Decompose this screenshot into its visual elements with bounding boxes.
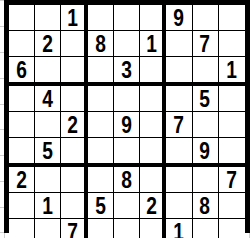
sudoku-cell-r9c8[interactable] <box>193 219 219 238</box>
sudoku-cell-r5c3[interactable]: 2 <box>61 112 87 138</box>
sudoku-cell-r6c3[interactable] <box>61 138 87 167</box>
sudoku-cell-r1c9[interactable] <box>219 5 245 31</box>
given-digit: 1 <box>67 5 78 30</box>
given-digit: 2 <box>67 112 78 137</box>
sudoku-cell-r5c5[interactable]: 9 <box>114 112 140 138</box>
sudoku-cell-r7c4[interactable] <box>88 167 114 193</box>
faint-gridline-tick <box>249 233 250 238</box>
sudoku-cell-r3c9[interactable]: 1 <box>219 57 245 86</box>
screenshot-root: 1928176314529759287152871 <box>0 0 251 238</box>
sudoku-cell-r9c6[interactable] <box>140 219 166 238</box>
sudoku-cell-r9c9[interactable] <box>219 219 245 238</box>
sudoku-cell-r1c1[interactable] <box>9 5 35 31</box>
sudoku-cell-r4c5[interactable] <box>114 86 140 112</box>
sudoku-cell-r2c1[interactable] <box>9 31 35 57</box>
given-digit: 2 <box>16 167 27 192</box>
sudoku-cell-r1c4[interactable] <box>88 5 114 31</box>
sudoku-cell-r3c8[interactable] <box>193 57 219 86</box>
sudoku-cell-r1c7[interactable]: 9 <box>166 5 192 31</box>
sudoku-cell-r2c9[interactable] <box>219 31 245 57</box>
sudoku-cell-r4c3[interactable] <box>61 86 87 112</box>
sudoku-board: 1928176314529759287152871 <box>4 0 250 233</box>
sudoku-cell-r8c4[interactable]: 5 <box>88 193 114 219</box>
sudoku-cell-r5c8[interactable] <box>193 112 219 138</box>
given-digit: 9 <box>200 138 211 163</box>
sudoku-cell-r7c9[interactable]: 7 <box>219 167 245 193</box>
sudoku-cell-r5c9[interactable] <box>219 112 245 138</box>
sudoku-cell-r8c8[interactable]: 8 <box>193 193 219 219</box>
given-digit: 6 <box>16 57 27 82</box>
sudoku-cell-r9c4[interactable] <box>88 219 114 238</box>
sudoku-cell-r7c2[interactable] <box>35 167 61 193</box>
sudoku-cell-r3c3[interactable] <box>61 57 87 86</box>
sudoku-cell-r7c1[interactable]: 2 <box>9 167 35 193</box>
given-digit: 3 <box>121 57 132 82</box>
sudoku-cell-r2c2[interactable]: 2 <box>35 31 61 57</box>
given-digit: 5 <box>200 86 211 111</box>
given-digit: 7 <box>67 219 78 238</box>
sudoku-cell-r3c6[interactable] <box>140 57 166 86</box>
sudoku-cell-r7c5[interactable]: 8 <box>114 167 140 193</box>
given-digit: 7 <box>200 31 211 56</box>
sudoku-cell-r5c2[interactable] <box>35 112 61 138</box>
sudoku-cell-r5c7[interactable]: 7 <box>166 112 192 138</box>
sudoku-cell-r6c8[interactable]: 9 <box>193 138 219 167</box>
sudoku-cell-r2c8[interactable]: 7 <box>193 31 219 57</box>
given-digit: 5 <box>95 193 106 218</box>
sudoku-cell-r4c8[interactable]: 5 <box>193 86 219 112</box>
sudoku-cell-r6c6[interactable] <box>140 138 166 167</box>
sudoku-cell-r9c3[interactable]: 7 <box>61 219 87 238</box>
sudoku-cell-r3c5[interactable]: 3 <box>114 57 140 86</box>
sudoku-cell-r8c3[interactable] <box>61 193 87 219</box>
given-digit: 1 <box>146 31 157 56</box>
sudoku-cell-r7c8[interactable] <box>193 167 219 193</box>
sudoku-cell-r6c9[interactable] <box>219 138 245 167</box>
sudoku-cell-r8c7[interactable] <box>166 193 192 219</box>
sudoku-cell-r9c1[interactable] <box>9 219 35 238</box>
sudoku-cell-r5c6[interactable] <box>140 112 166 138</box>
given-digit: 2 <box>42 31 53 56</box>
sudoku-cell-r9c2[interactable] <box>35 219 61 238</box>
sudoku-cell-r6c2[interactable]: 5 <box>35 138 61 167</box>
sudoku-cell-r1c5[interactable] <box>114 5 140 31</box>
sudoku-cell-r3c1[interactable]: 6 <box>9 57 35 86</box>
sudoku-cell-r6c4[interactable] <box>88 138 114 167</box>
sudoku-cell-r8c9[interactable] <box>219 193 245 219</box>
sudoku-cell-r8c1[interactable] <box>9 193 35 219</box>
sudoku-cell-r1c6[interactable] <box>140 5 166 31</box>
given-digit: 2 <box>146 193 157 218</box>
given-digit: 9 <box>174 5 185 30</box>
given-digit: 9 <box>121 112 132 137</box>
sudoku-cell-r7c3[interactable] <box>61 167 87 193</box>
sudoku-cell-r4c1[interactable] <box>9 86 35 112</box>
given-digit: 8 <box>121 167 132 192</box>
sudoku-cell-r8c6[interactable]: 2 <box>140 193 166 219</box>
sudoku-cell-r5c4[interactable] <box>88 112 114 138</box>
sudoku-cell-r4c4[interactable] <box>88 86 114 112</box>
given-digit: 7 <box>227 167 238 192</box>
given-digit: 4 <box>42 86 53 111</box>
sudoku-cell-r6c5[interactable] <box>114 138 140 167</box>
sudoku-cell-r2c3[interactable] <box>61 31 87 57</box>
sudoku-cell-r6c1[interactable] <box>9 138 35 167</box>
sudoku-cell-r3c2[interactable] <box>35 57 61 86</box>
sudoku-cell-r4c7[interactable] <box>166 86 192 112</box>
sudoku-cell-r2c5[interactable] <box>114 31 140 57</box>
given-digit: 8 <box>95 31 106 56</box>
faint-gridline-tick <box>4 233 5 238</box>
sudoku-cell-r9c5[interactable] <box>114 219 140 238</box>
sudoku-cell-r8c2[interactable]: 1 <box>35 193 61 219</box>
sudoku-cell-r3c7[interactable] <box>166 57 192 86</box>
sudoku-cell-r6c7[interactable] <box>166 138 192 167</box>
sudoku-cell-r9c7[interactable]: 1 <box>166 219 192 238</box>
sudoku-cell-r4c6[interactable] <box>140 86 166 112</box>
sudoku-cell-r1c3[interactable]: 1 <box>61 5 87 31</box>
given-digit: 1 <box>174 219 185 238</box>
sudoku-cell-r4c9[interactable] <box>219 86 245 112</box>
sudoku-cell-r4c2[interactable]: 4 <box>35 86 61 112</box>
sudoku-cell-r3c4[interactable] <box>88 57 114 86</box>
given-digit: 7 <box>174 112 185 137</box>
sudoku-cell-r1c8[interactable] <box>193 5 219 31</box>
sudoku-cell-r5c1[interactable] <box>9 112 35 138</box>
given-digit: 1 <box>42 193 53 218</box>
sudoku-cell-r7c6[interactable] <box>140 167 166 193</box>
sudoku-cell-r8c5[interactable] <box>114 193 140 219</box>
sudoku-cell-r1c2[interactable] <box>35 5 61 31</box>
sudoku-cell-r2c4[interactable]: 8 <box>88 31 114 57</box>
given-digit: 8 <box>200 193 211 218</box>
sudoku-cell-r7c7[interactable] <box>166 167 192 193</box>
given-digit: 1 <box>227 57 238 82</box>
sudoku-cell-r2c6[interactable]: 1 <box>140 31 166 57</box>
given-digit: 5 <box>42 138 53 163</box>
sudoku-cell-r2c7[interactable] <box>166 31 192 57</box>
